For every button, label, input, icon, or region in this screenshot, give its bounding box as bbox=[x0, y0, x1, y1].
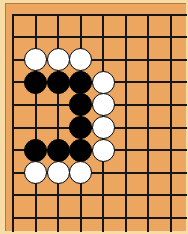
grid-line-vertical bbox=[35, 14, 37, 233]
white-stone bbox=[92, 116, 115, 139]
white-stone bbox=[24, 48, 47, 71]
white-stone bbox=[92, 71, 115, 94]
black-stone bbox=[69, 116, 92, 139]
grid-line-horizontal bbox=[12, 36, 187, 38]
white-stone bbox=[69, 48, 92, 71]
black-stone bbox=[24, 71, 47, 94]
grid-line-vertical bbox=[57, 14, 59, 233]
grid-line-vertical bbox=[170, 14, 172, 233]
white-stone bbox=[47, 161, 70, 184]
grid-line-vertical bbox=[147, 14, 149, 233]
white-stone bbox=[24, 161, 47, 184]
grid-line-horizontal bbox=[12, 217, 187, 219]
grid-line-horizontal bbox=[12, 194, 187, 196]
grid-line-horizontal bbox=[12, 14, 187, 16]
white-stone bbox=[92, 93, 115, 116]
black-stone bbox=[24, 139, 47, 162]
black-stone bbox=[47, 71, 70, 94]
grid-line-vertical bbox=[12, 14, 14, 233]
black-stone bbox=[69, 71, 92, 94]
white-stone bbox=[47, 48, 70, 71]
go-board bbox=[5, 3, 186, 231]
white-stone bbox=[92, 139, 115, 162]
black-stone bbox=[69, 93, 92, 116]
grid-line-vertical bbox=[125, 14, 127, 233]
diagram-frame bbox=[0, 0, 188, 234]
black-stone bbox=[69, 139, 92, 162]
black-stone bbox=[47, 139, 70, 162]
white-stone bbox=[69, 161, 92, 184]
